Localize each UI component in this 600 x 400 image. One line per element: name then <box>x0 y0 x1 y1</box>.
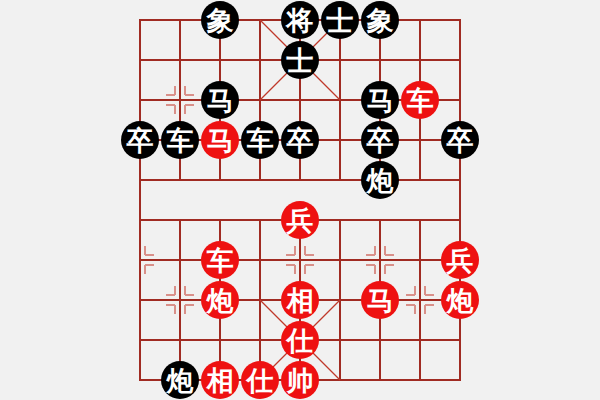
piece-black-horse[interactable]: 马 <box>201 81 239 119</box>
piece-red-cannon[interactable]: 炮 <box>201 281 239 319</box>
piece-black-cannon[interactable]: 炮 <box>161 361 199 399</box>
piece-red-horse[interactable]: 马 <box>361 281 399 319</box>
piece-black-elephant[interactable]: 象 <box>201 1 239 39</box>
piece-black-advisor[interactable]: 士 <box>321 1 359 39</box>
piece-red-elephant[interactable]: 相 <box>201 361 239 399</box>
piece-black-general[interactable]: 将 <box>281 1 319 39</box>
piece-black-soldier[interactable]: 卒 <box>121 121 159 159</box>
piece-red-elephant[interactable]: 相 <box>281 281 319 319</box>
piece-black-chariot[interactable]: 车 <box>161 121 199 159</box>
piece-black-soldier[interactable]: 卒 <box>361 121 399 159</box>
piece-black-chariot[interactable]: 车 <box>241 121 279 159</box>
piece-red-advisor[interactable]: 仕 <box>241 361 279 399</box>
piece-black-advisor[interactable]: 士 <box>281 41 319 79</box>
piece-red-soldier[interactable]: 兵 <box>441 241 479 279</box>
piece-black-elephant[interactable]: 象 <box>361 1 399 39</box>
piece-red-advisor[interactable]: 仕 <box>281 321 319 359</box>
star-point-marks <box>145 86 434 314</box>
xiangqi-board: 象将士象士马马车卒车马车卒卒卒炮兵车兵炮相马炮仕炮相仕帅 <box>0 0 600 400</box>
piece-red-horse[interactable]: 马 <box>201 121 239 159</box>
piece-red-chariot[interactable]: 车 <box>401 81 439 119</box>
piece-black-cannon[interactable]: 炮 <box>361 161 399 199</box>
piece-black-soldier[interactable]: 卒 <box>441 121 479 159</box>
piece-black-soldier[interactable]: 卒 <box>281 121 319 159</box>
piece-red-general[interactable]: 帅 <box>281 361 319 399</box>
piece-red-chariot[interactable]: 车 <box>201 241 239 279</box>
piece-red-soldier[interactable]: 兵 <box>281 201 319 239</box>
piece-red-cannon[interactable]: 炮 <box>441 281 479 319</box>
piece-black-horse[interactable]: 马 <box>361 81 399 119</box>
